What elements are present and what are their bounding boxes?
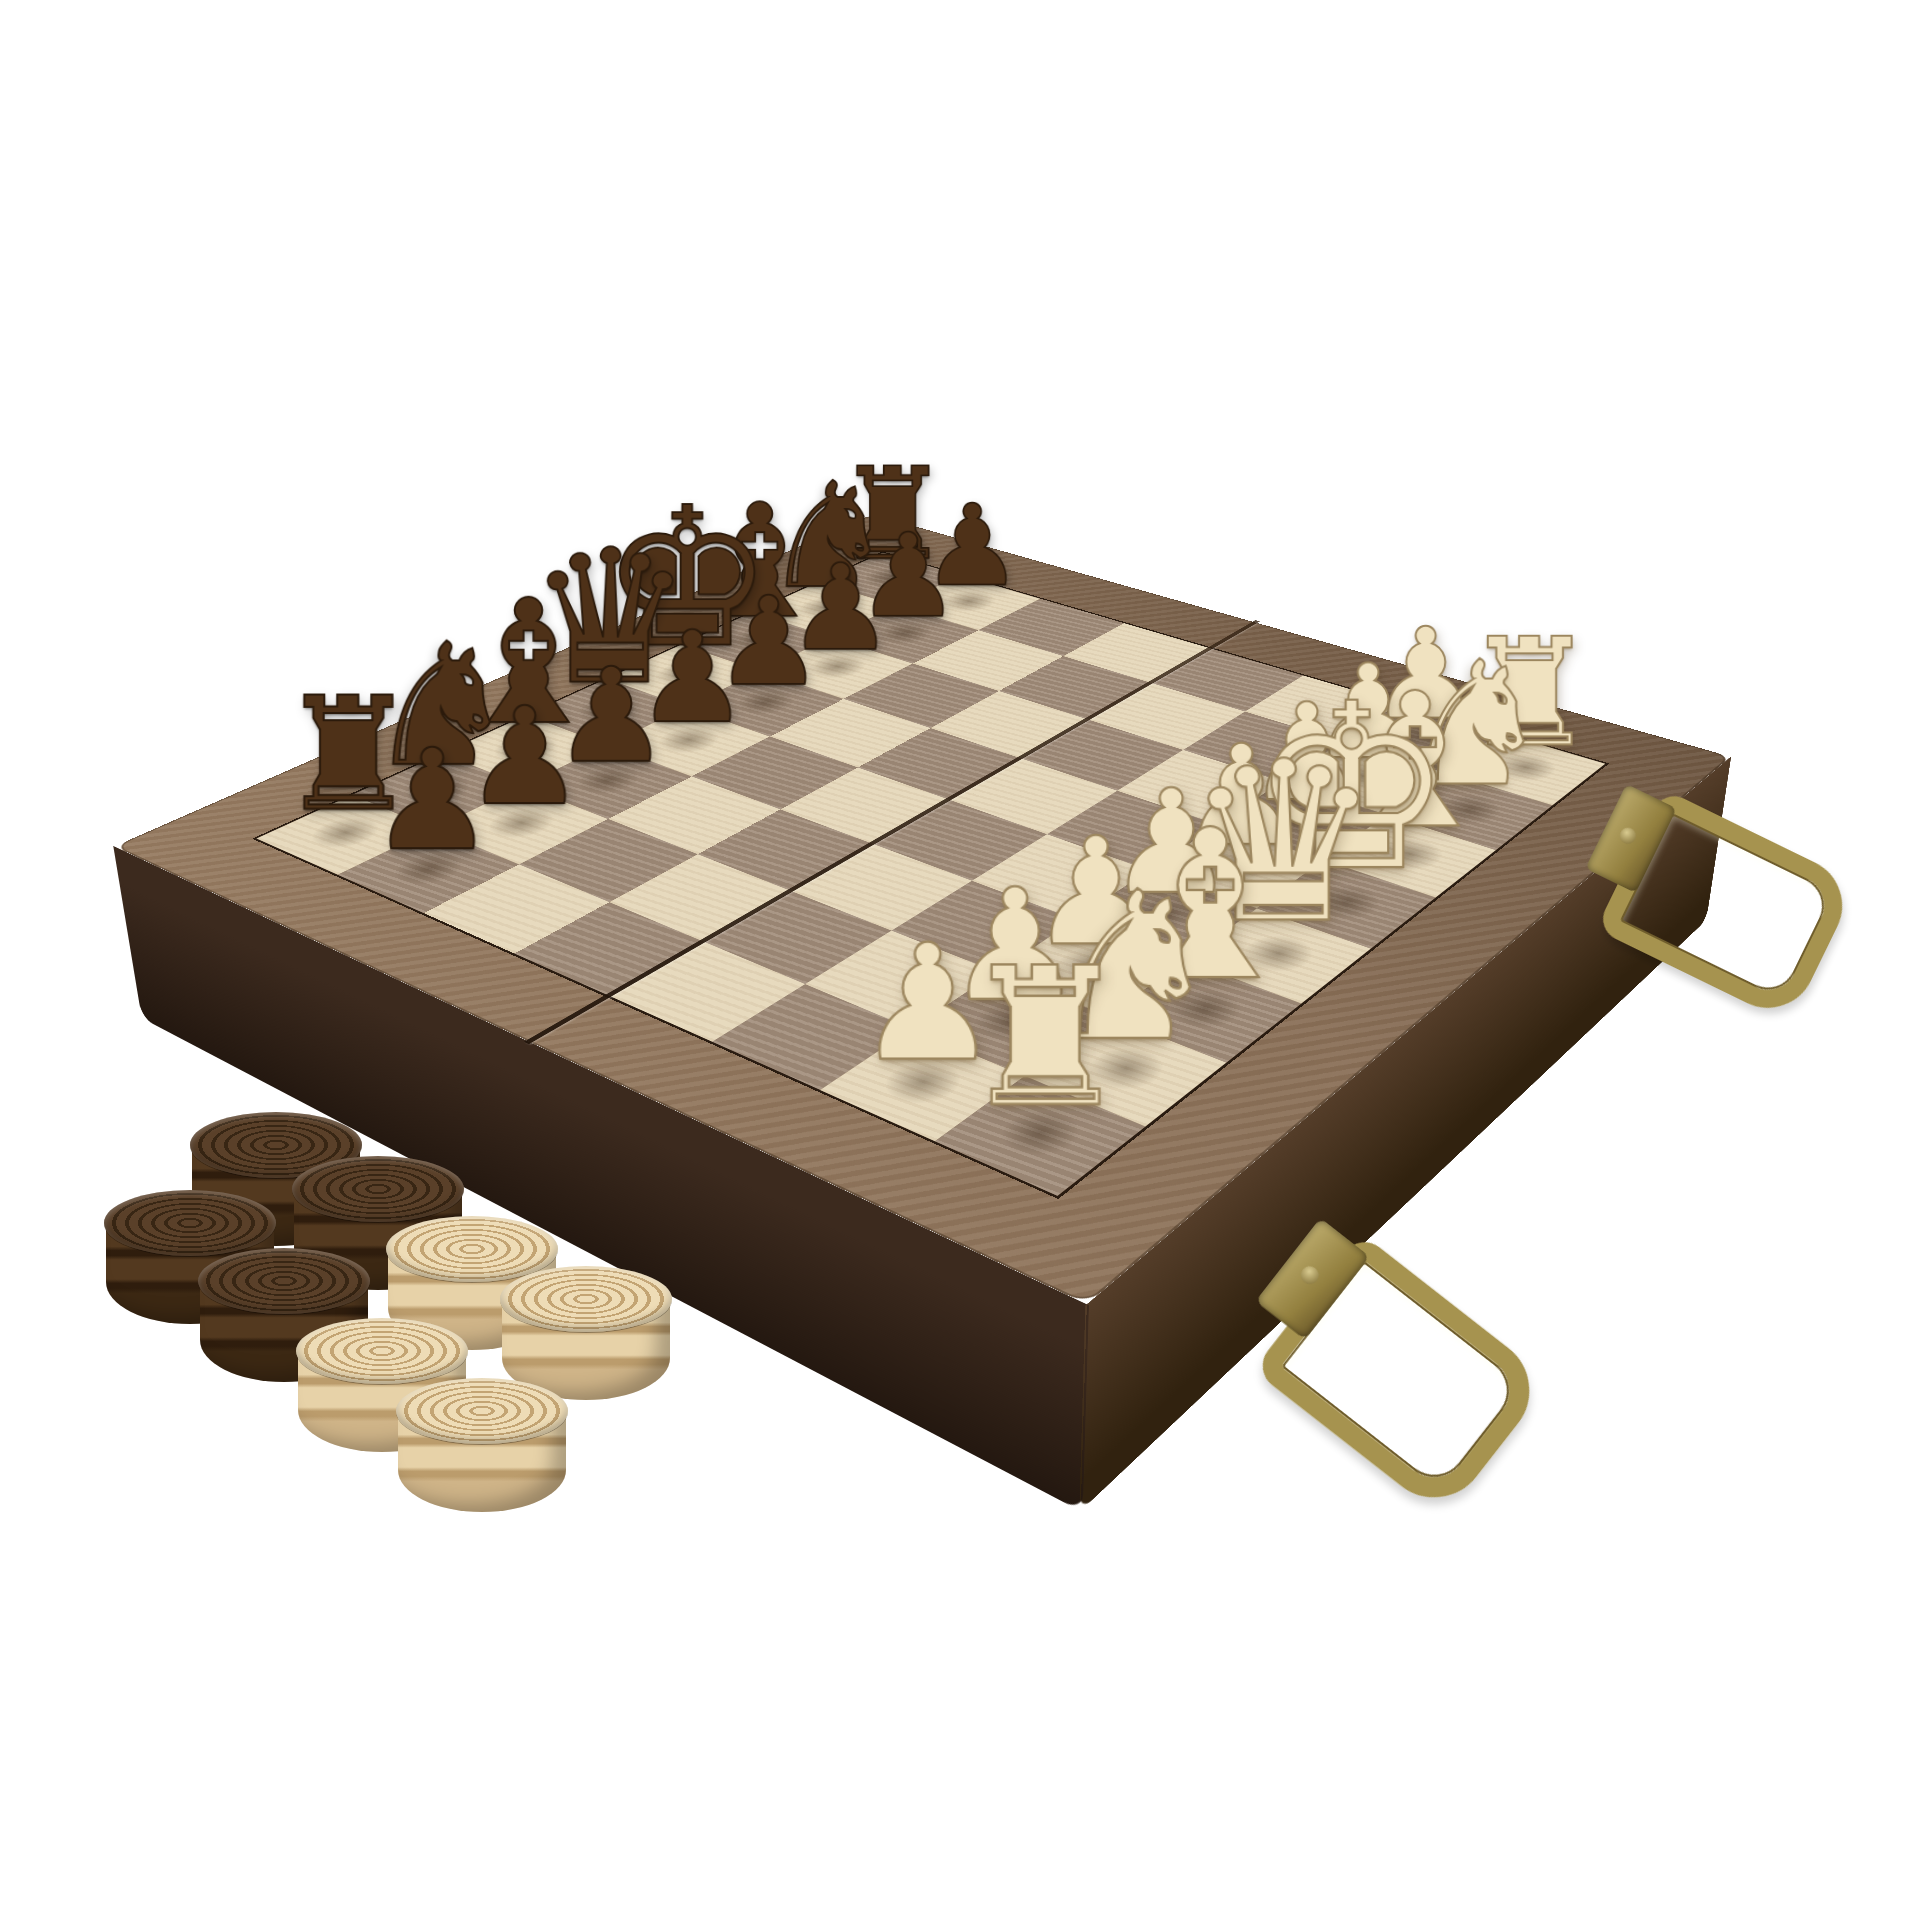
- board-scene: ♜♞♝♛♚♝♞♜♟♟♟♟♟♟♟♟♟♟♟♟♟♟♟♟♜♞♝♛♚♝♞♜: [0, 0, 1920, 1920]
- piece-black-pawn[interactable]: ♟: [295, 730, 569, 869]
- square-a7[interactable]: ♟: [338, 829, 519, 913]
- checker-stack-light-8[interactable]: [396, 1378, 568, 1540]
- checker-top-rings: [104, 1190, 276, 1256]
- checker-top-rings: [198, 1248, 370, 1314]
- square-a1[interactable]: ♜: [935, 1076, 1145, 1196]
- checker-top-rings: [296, 1318, 468, 1384]
- piece-white-rook[interactable]: ♜: [882, 943, 1208, 1134]
- checker-top-rings: [500, 1266, 672, 1332]
- product-photo-stage: ♜♞♝♛♚♝♞♜♟♟♟♟♟♟♟♟♟♟♟♟♟♟♟♟♜♞♝♛♚♝♞♜: [0, 0, 1920, 1920]
- checker-top-rings: [292, 1156, 464, 1222]
- checker-top-rings: [396, 1378, 568, 1444]
